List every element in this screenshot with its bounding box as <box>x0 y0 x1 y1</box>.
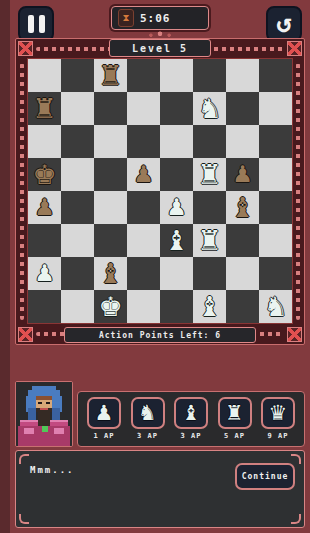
continue-button[interactable]: Continue <box>235 463 295 490</box>
square-h1[interactable]: ♞ <box>259 290 292 323</box>
square-c8[interactable]: ♜ <box>94 59 127 92</box>
square-e1[interactable] <box>160 290 193 323</box>
square-b7[interactable] <box>61 92 94 125</box>
black-pawn[interactable]: ♟ <box>28 191 61 224</box>
black-rook[interactable]: ♜ <box>94 59 127 92</box>
white-bishop[interactable]: ♝ <box>193 290 226 323</box>
shop-cost-label: 1 AP <box>94 432 115 440</box>
game-screen: ⧗ 5:06 ↺ Level 5 ♜♜♞♚♟♜♟♟♟♝♝♜♟♝♚♝♞ Actio… <box>10 0 310 533</box>
shop-cost-label: 5 AP <box>224 432 245 440</box>
frame-squiggle <box>296 63 300 320</box>
pause-button[interactable] <box>18 6 54 42</box>
corner-ornament-icon <box>287 327 302 342</box>
square-h3[interactable] <box>259 224 292 257</box>
rook-icon: ♜ <box>225 399 244 427</box>
shop-cost-label: 3 AP <box>137 432 158 440</box>
pause-icon <box>28 15 45 33</box>
flourish-icon <box>19 454 29 464</box>
square-e2[interactable] <box>160 257 193 290</box>
black-pawn[interactable]: ♟ <box>127 158 160 191</box>
action-points-status: Action Points Left: 6 <box>64 327 256 343</box>
square-a3[interactable] <box>28 224 61 257</box>
wizard-avatar <box>16 382 72 446</box>
piece-shop: ♟1 AP♞3 AP♝3 AP♜5 AP♛9 AP <box>77 391 305 447</box>
square-b3[interactable] <box>61 224 94 257</box>
reset-icon: ↺ <box>276 10 292 36</box>
square-g2[interactable] <box>226 257 259 290</box>
square-e8[interactable] <box>160 59 193 92</box>
white-pawn[interactable]: ♟ <box>160 191 193 224</box>
square-d3[interactable] <box>127 224 160 257</box>
corner-ornament-icon <box>18 41 33 56</box>
square-c1[interactable]: ♚ <box>94 290 127 323</box>
wizard-portrait <box>15 381 73 447</box>
square-e6[interactable] <box>160 125 193 158</box>
square-f1[interactable]: ♝ <box>193 290 226 323</box>
square-g5[interactable]: ♟ <box>226 158 259 191</box>
reset-button[interactable]: ↺ <box>266 6 302 42</box>
square-f2[interactable] <box>193 257 226 290</box>
square-g3[interactable] <box>226 224 259 257</box>
flourish-icon <box>291 454 301 464</box>
square-b8[interactable] <box>61 59 94 92</box>
square-e5[interactable] <box>160 158 193 191</box>
white-king[interactable]: ♚ <box>94 290 127 323</box>
white-knight[interactable]: ♞ <box>193 92 226 125</box>
frame-squiggle <box>36 47 114 51</box>
square-e7[interactable] <box>160 92 193 125</box>
square-b5[interactable] <box>61 158 94 191</box>
dialog-text: Mmm... <box>30 465 75 475</box>
square-a8[interactable] <box>28 59 61 92</box>
corner-ornament-icon <box>287 41 302 56</box>
square-d8[interactable] <box>127 59 160 92</box>
square-e3[interactable]: ♝ <box>160 224 193 257</box>
corner-ornament-icon <box>18 327 33 342</box>
white-pawn[interactable]: ♟ <box>28 257 61 290</box>
square-g8[interactable] <box>226 59 259 92</box>
square-f8[interactable] <box>193 59 226 92</box>
white-knight[interactable]: ♞ <box>259 290 292 323</box>
square-c4[interactable] <box>94 191 127 224</box>
white-bishop[interactable]: ♝ <box>160 224 193 257</box>
square-b4[interactable] <box>61 191 94 224</box>
square-h8[interactable] <box>259 59 292 92</box>
square-a6[interactable] <box>28 125 61 158</box>
white-rook[interactable]: ♜ <box>193 158 226 191</box>
flourish-icon <box>291 514 301 524</box>
hourglass-icon: ⧗ <box>118 9 134 27</box>
timer-value: 5:06 <box>140 12 171 25</box>
square-b6[interactable] <box>61 125 94 158</box>
black-bishop[interactable]: ♝ <box>94 257 127 290</box>
square-c5[interactable] <box>94 158 127 191</box>
flourish-icon <box>19 514 29 524</box>
shop-item-knight: ♞3 AP <box>129 397 167 440</box>
black-bishop[interactable]: ♝ <box>226 191 259 224</box>
shop-item-bishop: ♝3 AP <box>172 397 210 440</box>
square-g6[interactable] <box>226 125 259 158</box>
square-e4[interactable]: ♟ <box>160 191 193 224</box>
square-d2[interactable] <box>127 257 160 290</box>
timer-plaque: ⧗ 5:06 <box>111 6 209 30</box>
square-a2[interactable]: ♟ <box>28 257 61 290</box>
frame-squiggle <box>206 47 284 51</box>
black-rook[interactable]: ♜ <box>28 92 61 125</box>
square-h2[interactable] <box>259 257 292 290</box>
shop-item-queen: ♛9 AP <box>259 397 297 440</box>
square-d7[interactable] <box>127 92 160 125</box>
square-d5[interactable]: ♟ <box>127 158 160 191</box>
black-pawn[interactable]: ♟ <box>226 158 259 191</box>
black-king[interactable]: ♚ <box>28 158 61 191</box>
shop-knight-button[interactable]: ♞ <box>131 397 165 429</box>
square-f5[interactable]: ♜ <box>193 158 226 191</box>
square-c2[interactable]: ♝ <box>94 257 127 290</box>
square-f6[interactable] <box>193 125 226 158</box>
square-d4[interactable] <box>127 191 160 224</box>
shop-bishop-button[interactable]: ♝ <box>174 397 208 429</box>
square-b1[interactable] <box>61 290 94 323</box>
square-c7[interactable] <box>94 92 127 125</box>
level-banner: Level 5 <box>109 39 211 57</box>
square-a4[interactable]: ♟ <box>28 191 61 224</box>
square-h7[interactable] <box>259 92 292 125</box>
square-c6[interactable] <box>94 125 127 158</box>
square-f7[interactable]: ♞ <box>193 92 226 125</box>
chess-board: ♜♜♞♚♟♜♟♟♟♝♝♜♟♝♚♝♞ <box>27 58 293 324</box>
shop-item-pawn: ♟1 AP <box>85 397 123 440</box>
square-g4[interactable]: ♝ <box>226 191 259 224</box>
shop-queen-button[interactable]: ♛ <box>261 397 295 429</box>
square-a1[interactable] <box>28 290 61 323</box>
square-h6[interactable] <box>259 125 292 158</box>
square-h4[interactable] <box>259 191 292 224</box>
square-g7[interactable] <box>226 92 259 125</box>
pawn-icon: ♟ <box>95 399 114 427</box>
shop-rook-button[interactable]: ♜ <box>218 397 252 429</box>
square-c3[interactable] <box>94 224 127 257</box>
square-a7[interactable]: ♜ <box>28 92 61 125</box>
square-h5[interactable] <box>259 158 292 191</box>
square-b2[interactable] <box>61 257 94 290</box>
white-rook[interactable]: ♜ <box>193 224 226 257</box>
square-d6[interactable] <box>127 125 160 158</box>
timer-ornament <box>147 31 173 38</box>
knight-icon: ♞ <box>138 399 157 427</box>
board-frame: Level 5 ♜♜♞♚♟♜♟♟♟♝♝♜♟♝♚♝♞ Action Points … <box>15 38 305 345</box>
square-f4[interactable] <box>193 191 226 224</box>
shop-cost-label: 9 AP <box>268 432 289 440</box>
bishop-icon: ♝ <box>182 399 201 427</box>
shop-pawn-button[interactable]: ♟ <box>87 397 121 429</box>
square-a5[interactable]: ♚ <box>28 158 61 191</box>
square-d1[interactable] <box>127 290 160 323</box>
frame-squiggle <box>20 63 24 320</box>
shop-cost-label: 3 AP <box>181 432 202 440</box>
shop-item-rook: ♜5 AP <box>216 397 254 440</box>
dialog-box: Mmm... Continue <box>15 450 305 528</box>
frame-squiggle <box>252 332 284 336</box>
queen-icon: ♛ <box>269 399 288 427</box>
square-g1[interactable] <box>226 290 259 323</box>
square-f3[interactable]: ♜ <box>193 224 226 257</box>
